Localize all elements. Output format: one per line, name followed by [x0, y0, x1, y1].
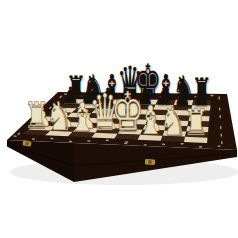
square-h3	[186, 126, 208, 132]
square-e6	[131, 109, 153, 114]
frame-speckle	[69, 141, 72, 143]
clasp-hasp	[148, 160, 152, 164]
frame-speckle	[162, 95, 165, 96]
frame-speckle	[125, 141, 128, 143]
frame-speckle	[160, 96, 163, 97]
square-e8	[137, 100, 158, 105]
frame-speckle	[50, 138, 53, 140]
frame-speckle	[124, 143, 127, 145]
square-g7	[172, 105, 192, 111]
frame-speckle	[64, 93, 67, 94]
square-d6	[111, 109, 134, 114]
frame-speckle	[87, 140, 90, 142]
frame-speckle	[219, 107, 221, 110]
square-f6	[150, 110, 172, 116]
frame-speckle	[221, 141, 223, 144]
square-g2	[163, 131, 187, 137]
frame-speckle	[80, 96, 83, 97]
square-f2	[140, 130, 164, 136]
square-f8	[156, 100, 176, 105]
chess-set-photo: ♜♞♝♛♚♝♞♜♟♟♟♟♟♟♟♟♟♟♟♟♟♟♟♟♜♞♝♛♚♝♞♜	[0, 0, 238, 238]
square-e4	[124, 119, 148, 125]
square-c2	[73, 127, 99, 133]
frame-speckle	[219, 115, 221, 118]
frame-speckle	[144, 94, 147, 95]
brass-clasp-icon	[145, 159, 155, 165]
clasp-hasp	[25, 142, 28, 146]
square-f5	[148, 115, 170, 121]
square-d7	[115, 104, 137, 109]
frame-speckle	[220, 133, 222, 136]
square-d2	[95, 128, 121, 134]
square-f7	[153, 105, 174, 110]
square-g6	[170, 110, 191, 116]
square-f3	[143, 125, 167, 131]
frame-speckle	[96, 94, 99, 95]
frame-speckle	[194, 96, 197, 97]
square-d4	[103, 118, 127, 124]
square-e3	[121, 124, 145, 130]
square-h1	[184, 137, 208, 143]
square-f4	[145, 120, 168, 126]
frame-speckle	[128, 95, 131, 96]
square-c3	[78, 122, 104, 128]
square-e7	[134, 104, 156, 109]
frame-speckle	[112, 97, 115, 98]
frame-speckle	[106, 140, 109, 142]
chess-board	[0, 0, 238, 238]
square-d3	[99, 123, 124, 129]
square-h5	[189, 116, 210, 122]
square-h7	[191, 105, 211, 111]
square-d5	[107, 114, 131, 119]
frame-speckle	[218, 96, 220, 99]
frame-speckle	[178, 97, 181, 98]
square-h4	[187, 121, 209, 127]
frame-speckle	[13, 135, 16, 137]
square-h2	[185, 131, 208, 137]
frame-speckle	[144, 144, 147, 146]
frame-speckle	[210, 95, 213, 96]
frame-speckle	[199, 146, 202, 148]
frame-speckle	[32, 138, 35, 140]
square-e5	[128, 114, 151, 120]
frame-speckle	[162, 144, 165, 146]
square-h6	[190, 110, 210, 116]
frame-speckle	[180, 143, 183, 145]
square-g3	[165, 125, 188, 131]
square-g5	[168, 115, 190, 121]
square-h8	[192, 100, 211, 106]
square-g4	[166, 120, 188, 126]
frame-speckle	[217, 145, 220, 147]
square-g8	[174, 100, 194, 105]
frame-speckle	[220, 126, 222, 129]
square-e2	[118, 129, 143, 135]
